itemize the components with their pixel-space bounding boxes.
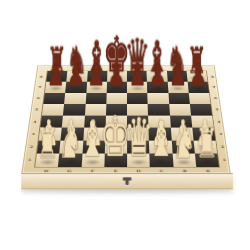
black-pawn-glyph: ♟ [67, 58, 85, 91]
clasp-icon [123, 177, 132, 180]
file-label-b: B [166, 66, 186, 71]
rank-label-2: 2 [216, 140, 228, 153]
file-label-b: B [173, 168, 197, 175]
board-front-edge [21, 173, 233, 189]
file-label-g: G [68, 66, 88, 71]
rank-label-8: 8 [36, 71, 47, 81]
white-rook-glyph: ♜ [36, 124, 58, 165]
file-label-f: F [81, 168, 104, 175]
piece-white-knight-b1: ♞ [172, 153, 196, 167]
piece-black-pawn-c7: ♟ [147, 81, 168, 92]
rail-top-files: HGFEDCBA [48, 66, 206, 71]
piece-white-queen-d1: ♛ [127, 153, 150, 167]
pieces-layer: ♜♞♝♚♛♝♞♜♟♟♟♟♟♟♟♟♟♟♟♟♟♟♟♟♜♞♝♚♛♝♞♜ [35, 71, 219, 167]
piece-black-pawn-d7: ♟ [127, 81, 148, 92]
black-pawn-glyph: ♟ [46, 58, 64, 91]
black-pawn-glyph: ♟ [169, 58, 187, 91]
rank-label-7: 7 [208, 82, 219, 93]
chess-board: HGFEDCBA HGFEDCBA 87654321 87654321 ♜♞♝♚… [21, 65, 231, 173]
file-label-g: G [57, 168, 81, 175]
rail-bottom-files: HGFEDCBA [34, 168, 220, 175]
piece-white-rook-a1: ♜ [195, 153, 219, 167]
rank-label-7: 7 [34, 82, 45, 93]
white-bishop-glyph: ♝ [148, 115, 175, 164]
white-rook-glyph: ♜ [196, 124, 218, 165]
white-knight-glyph: ♞ [172, 121, 196, 164]
rank-label-8: 8 [207, 71, 218, 81]
piece-black-pawn-a7: ♟ [187, 81, 209, 92]
file-label-f: F [87, 66, 107, 71]
piece-black-pawn-g7: ♟ [65, 81, 86, 92]
black-pawn-glyph: ♟ [190, 58, 208, 91]
rank-label-1: 1 [218, 153, 231, 167]
scene: HGFEDCBA HGFEDCBA 87654321 87654321 ♜♞♝♚… [0, 0, 250, 250]
file-label-c: C [147, 66, 167, 71]
black-pawn-glyph: ♟ [87, 58, 105, 91]
file-label-d: D [127, 168, 150, 175]
file-label-e: E [107, 66, 127, 71]
file-label-d: D [127, 66, 147, 71]
black-pawn-glyph: ♟ [128, 58, 146, 91]
piece-white-bishop-c1: ♝ [150, 153, 173, 167]
file-label-c: C [150, 168, 173, 175]
piece-black-pawn-b7: ♟ [167, 81, 188, 92]
product-photo: HGFEDCBA HGFEDCBA 87654321 87654321 ♜♞♝♚… [0, 0, 250, 250]
rank-label-6: 6 [210, 93, 221, 104]
piece-white-rook-h1: ♜ [35, 153, 59, 167]
piece-black-pawn-e7: ♟ [106, 81, 127, 92]
file-label-h: H [34, 168, 58, 175]
file-label-a: A [186, 66, 206, 71]
rank-label-6: 6 [33, 93, 44, 104]
piece-black-pawn-h7: ♟ [45, 81, 67, 92]
file-label-h: H [48, 66, 68, 71]
black-pawn-glyph: ♟ [149, 58, 167, 91]
piece-black-pawn-f7: ♟ [86, 81, 107, 92]
file-label-e: E [104, 168, 127, 175]
black-pawn-glyph: ♟ [108, 58, 126, 91]
file-label-a: A [196, 168, 220, 175]
